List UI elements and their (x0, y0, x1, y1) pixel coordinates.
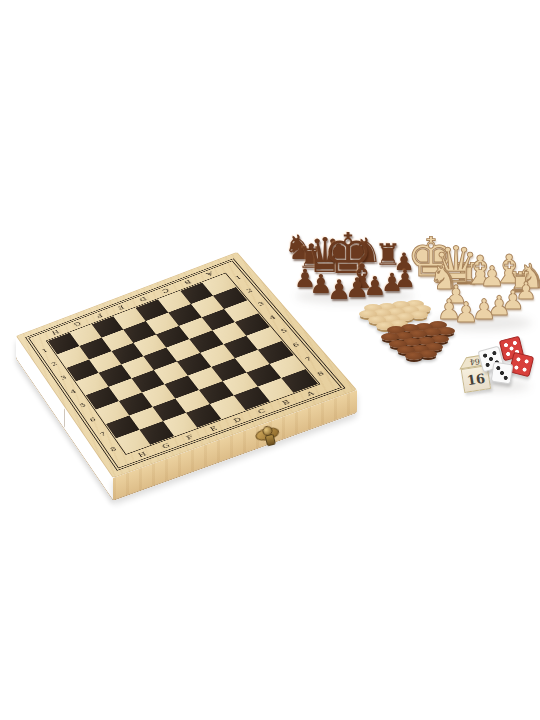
chess-piece-dark-pawn: ♟ (327, 276, 351, 303)
chess-piece-light-pawn: ♟ (453, 299, 478, 327)
product-photo: HGFEDCBA HGFEDCBA 12345678 12345678 ♞♜♛♚… (0, 0, 540, 720)
fold-seam (64, 409, 65, 428)
checker-disc-dark (405, 352, 423, 360)
die-white (491, 362, 514, 385)
doubling-cube-front-value: 16 (466, 370, 486, 388)
